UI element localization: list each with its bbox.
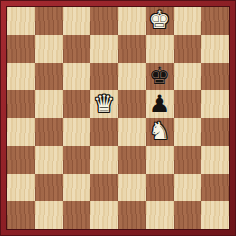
square-g3[interactable]: [174, 146, 202, 174]
square-a3[interactable]: [7, 146, 35, 174]
square-f2[interactable]: [146, 174, 174, 202]
square-b2[interactable]: [35, 174, 63, 202]
square-b8[interactable]: [35, 7, 63, 35]
square-f6[interactable]: ♚: [146, 63, 174, 91]
square-g5[interactable]: [174, 90, 202, 118]
square-e5[interactable]: [118, 90, 146, 118]
piece-white-king-f8[interactable]: ♚: [149, 7, 171, 34]
square-c1[interactable]: [63, 201, 91, 229]
square-d1[interactable]: [90, 201, 118, 229]
square-a2[interactable]: [7, 174, 35, 202]
square-c7[interactable]: [63, 35, 91, 63]
square-c5[interactable]: [63, 90, 91, 118]
square-e7[interactable]: [118, 35, 146, 63]
square-d2[interactable]: [90, 174, 118, 202]
square-h6[interactable]: [201, 63, 229, 91]
board-frame: ♚♚♛♟♞: [0, 0, 236, 236]
square-c6[interactable]: [63, 63, 91, 91]
square-d3[interactable]: [90, 146, 118, 174]
square-d5[interactable]: ♛: [90, 90, 118, 118]
square-e6[interactable]: [118, 63, 146, 91]
square-h2[interactable]: [201, 174, 229, 202]
square-a8[interactable]: [7, 7, 35, 35]
square-h8[interactable]: [201, 7, 229, 35]
square-h5[interactable]: [201, 90, 229, 118]
piece-black-king-f6[interactable]: ♚: [149, 63, 171, 90]
square-d7[interactable]: [90, 35, 118, 63]
piece-black-pawn-f5[interactable]: ♟: [149, 91, 171, 118]
square-f1[interactable]: [146, 201, 174, 229]
square-c4[interactable]: [63, 118, 91, 146]
square-a4[interactable]: [7, 118, 35, 146]
square-a7[interactable]: [7, 35, 35, 63]
square-c8[interactable]: [63, 7, 91, 35]
square-b4[interactable]: [35, 118, 63, 146]
square-a1[interactable]: [7, 201, 35, 229]
square-g4[interactable]: [174, 118, 202, 146]
square-f3[interactable]: [146, 146, 174, 174]
square-d4[interactable]: [90, 118, 118, 146]
square-a6[interactable]: [7, 63, 35, 91]
square-f5[interactable]: ♟: [146, 90, 174, 118]
square-b7[interactable]: [35, 35, 63, 63]
square-h1[interactable]: [201, 201, 229, 229]
square-f8[interactable]: ♚: [146, 7, 174, 35]
square-d8[interactable]: [90, 7, 118, 35]
square-g1[interactable]: [174, 201, 202, 229]
square-h4[interactable]: [201, 118, 229, 146]
square-g6[interactable]: [174, 63, 202, 91]
square-b6[interactable]: [35, 63, 63, 91]
board: ♚♚♛♟♞: [7, 7, 229, 229]
square-e4[interactable]: [118, 118, 146, 146]
square-e3[interactable]: [118, 146, 146, 174]
square-b3[interactable]: [35, 146, 63, 174]
square-a5[interactable]: [7, 90, 35, 118]
square-d6[interactable]: [90, 63, 118, 91]
square-e1[interactable]: [118, 201, 146, 229]
square-e2[interactable]: [118, 174, 146, 202]
square-g2[interactable]: [174, 174, 202, 202]
square-f7[interactable]: [146, 35, 174, 63]
square-g8[interactable]: [174, 7, 202, 35]
square-e8[interactable]: [118, 7, 146, 35]
square-h7[interactable]: [201, 35, 229, 63]
piece-white-queen-d5[interactable]: ♛: [93, 91, 115, 118]
square-c3[interactable]: [63, 146, 91, 174]
square-b1[interactable]: [35, 201, 63, 229]
square-b5[interactable]: [35, 90, 63, 118]
square-c2[interactable]: [63, 174, 91, 202]
square-g7[interactable]: [174, 35, 202, 63]
square-h3[interactable]: [201, 146, 229, 174]
piece-white-knight-f4[interactable]: ♞: [149, 118, 171, 145]
square-f4[interactable]: ♞: [146, 118, 174, 146]
